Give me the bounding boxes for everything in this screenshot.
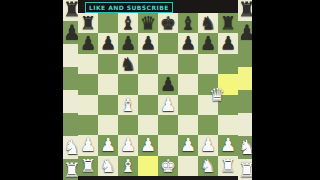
square-f2[interactable]: ♟: [178, 135, 198, 155]
piece-white-pawn-a2[interactable]: ♟: [78, 135, 98, 155]
bg-square: [63, 44, 78, 67]
piece-white-knight-b1[interactable]: ♞: [98, 156, 118, 176]
piece-white-pawn-h2[interactable]: ♟: [218, 135, 238, 155]
chess-board[interactable]: ♜♝♛♚♝♞♜♟♟♟♟♟♟♟♞♟♝♟♟♟♟♟♟♟♟♜♞♝♚♞♜♛: [78, 13, 238, 176]
bg-square: ♜: [63, 0, 78, 21]
square-e1[interactable]: ♚: [158, 156, 178, 176]
square-b5[interactable]: [98, 74, 118, 94]
square-d7[interactable]: ♟: [138, 33, 158, 53]
square-d1[interactable]: [138, 156, 158, 176]
piece-black-pawn-a7[interactable]: ♟: [78, 33, 98, 53]
square-f7[interactable]: ♟: [178, 33, 198, 53]
square-g8[interactable]: ♞: [198, 13, 218, 33]
piece-white-pawn-e4[interactable]: ♟: [158, 95, 178, 115]
like-subscribe-banner: LIKE AND SUBSCRIBE: [85, 2, 173, 13]
square-h3[interactable]: [218, 115, 238, 135]
square-d4[interactable]: [138, 95, 158, 115]
piece-black-king-e8[interactable]: ♚: [158, 13, 178, 33]
square-f6[interactable]: [178, 54, 198, 74]
square-f8[interactable]: ♝: [178, 13, 198, 33]
bg-square: [238, 44, 252, 67]
piece-black-pawn-f7[interactable]: ♟: [178, 33, 198, 53]
bg-square: ♞: [238, 136, 252, 159]
square-b4[interactable]: [98, 95, 118, 115]
square-f5[interactable]: [178, 74, 198, 94]
square-h5[interactable]: [218, 74, 238, 94]
bg-square: [63, 90, 78, 113]
bg-square: [238, 90, 252, 113]
square-h7[interactable]: ♟: [218, 33, 238, 53]
piece-black-knight-g8[interactable]: ♞: [198, 13, 218, 33]
square-h6[interactable]: [218, 54, 238, 74]
background-board-strip-right: ♜♟♞♜: [238, 0, 252, 180]
piece-black-pawn-h7[interactable]: ♟: [218, 33, 238, 53]
piece-black-pawn-e5[interactable]: ♟: [158, 74, 178, 94]
square-e3[interactable]: [158, 115, 178, 135]
square-a3[interactable]: [78, 115, 98, 135]
square-b1[interactable]: ♞: [98, 156, 118, 176]
square-h4[interactable]: [218, 95, 238, 115]
square-b7[interactable]: ♟: [98, 33, 118, 53]
bg-piece-black: ♜: [238, 0, 252, 21]
square-e6[interactable]: [158, 54, 178, 74]
square-c6[interactable]: ♞: [118, 54, 138, 74]
square-h8[interactable]: ♜: [218, 13, 238, 33]
square-g3[interactable]: [198, 115, 218, 135]
piece-black-knight-c6[interactable]: ♞: [118, 54, 138, 74]
square-c1[interactable]: ♝: [118, 156, 138, 176]
square-d6[interactable]: [138, 54, 158, 74]
square-a5[interactable]: [78, 74, 98, 94]
piece-white-pawn-f2[interactable]: ♟: [178, 135, 198, 155]
bg-square: ♟: [63, 21, 78, 44]
square-d3[interactable]: [138, 115, 158, 135]
piece-black-bishop-c8[interactable]: ♝: [118, 13, 138, 33]
square-e7[interactable]: [158, 33, 178, 53]
bg-piece-black: ♟: [238, 21, 252, 44]
square-c8[interactable]: ♝: [118, 13, 138, 33]
square-d2[interactable]: ♟: [138, 135, 158, 155]
square-b3[interactable]: [98, 115, 118, 135]
square-c5[interactable]: [118, 74, 138, 94]
square-g7[interactable]: ♟: [198, 33, 218, 53]
piece-white-pawn-d2[interactable]: ♟: [138, 135, 158, 155]
square-e5[interactable]: ♟: [158, 74, 178, 94]
square-c2[interactable]: ♟: [118, 135, 138, 155]
piece-white-pawn-c2[interactable]: ♟: [118, 135, 138, 155]
square-h2[interactable]: ♟: [218, 135, 238, 155]
piece-black-pawn-d7[interactable]: ♟: [138, 33, 158, 53]
square-d8[interactable]: ♛: [138, 13, 158, 33]
video-frame: ♜♟♞♜ ♜♟♞♜ LIKE AND SUBSCRIBE ♜♝♛♚♝♞♜♟♟♟♟…: [0, 0, 320, 180]
square-g2[interactable]: ♟: [198, 135, 218, 155]
square-g4[interactable]: [198, 95, 218, 115]
background-board-strip-left: ♜♟♞♜: [63, 0, 78, 180]
bg-square: [63, 67, 78, 90]
square-f3[interactable]: [178, 115, 198, 135]
square-e8[interactable]: ♚: [158, 13, 178, 33]
piece-white-rook-h1[interactable]: ♜: [218, 156, 238, 176]
bg-square: ♜: [238, 0, 252, 21]
square-c7[interactable]: ♟: [118, 33, 138, 53]
piece-white-bishop-c4[interactable]: ♝: [118, 95, 138, 115]
square-e4[interactable]: ♟: [158, 95, 178, 115]
square-a4[interactable]: [78, 95, 98, 115]
bg-piece-black: ♟: [63, 21, 78, 44]
piece-white-king-e1[interactable]: ♚: [158, 156, 178, 176]
bg-piece-black: ♜: [63, 0, 78, 21]
square-g5[interactable]: [198, 74, 218, 94]
piece-black-pawn-b7[interactable]: ♟: [98, 33, 118, 53]
square-f1[interactable]: [178, 156, 198, 176]
bg-square: ♞: [63, 136, 78, 159]
bg-piece-white: ♞: [238, 136, 252, 159]
bg-piece-white: ♞: [63, 136, 78, 159]
piece-white-bishop-c1[interactable]: ♝: [118, 156, 138, 176]
square-h1[interactable]: ♜: [218, 156, 238, 176]
bg-piece-white: ♜: [238, 159, 252, 180]
bg-square: ♜: [63, 159, 78, 180]
square-c3[interactable]: [118, 115, 138, 135]
piece-black-rook-a8[interactable]: ♜: [78, 13, 98, 33]
bg-square: [63, 113, 78, 136]
bg-square: [238, 113, 252, 136]
square-a1[interactable]: ♜: [78, 156, 98, 176]
square-g1[interactable]: ♞: [198, 156, 218, 176]
bg-square: [238, 67, 252, 90]
bg-piece-white: ♜: [63, 159, 78, 180]
square-a8[interactable]: ♜: [78, 13, 98, 33]
bg-square: ♟: [238, 21, 252, 44]
square-b6[interactable]: [98, 54, 118, 74]
piece-white-pawn-b2[interactable]: ♟: [98, 135, 118, 155]
square-c4[interactable]: ♝: [118, 95, 138, 115]
square-b2[interactable]: ♟: [98, 135, 118, 155]
piece-black-pawn-g7[interactable]: ♟: [198, 33, 218, 53]
square-a2[interactable]: ♟: [78, 135, 98, 155]
square-b8[interactable]: [98, 13, 118, 33]
piece-white-rook-a1[interactable]: ♜: [78, 156, 98, 176]
square-g6[interactable]: [198, 54, 218, 74]
piece-black-bishop-f8[interactable]: ♝: [178, 13, 198, 33]
piece-black-queen-d8[interactable]: ♛: [138, 13, 158, 33]
piece-white-knight-g1[interactable]: ♞: [198, 156, 218, 176]
piece-black-rook-h8[interactable]: ♜: [218, 13, 238, 33]
square-f4[interactable]: [178, 95, 198, 115]
piece-white-pawn-g2[interactable]: ♟: [198, 135, 218, 155]
piece-black-pawn-c7[interactable]: ♟: [118, 33, 138, 53]
square-a6[interactable]: [78, 54, 98, 74]
square-e2[interactable]: [158, 135, 178, 155]
bg-square: ♜: [238, 159, 252, 180]
square-a7[interactable]: ♟: [78, 33, 98, 53]
main-video-area: LIKE AND SUBSCRIBE ♜♝♛♚♝♞♜♟♟♟♟♟♟♟♞♟♝♟♟♟♟…: [78, 0, 238, 180]
square-d5[interactable]: [138, 74, 158, 94]
